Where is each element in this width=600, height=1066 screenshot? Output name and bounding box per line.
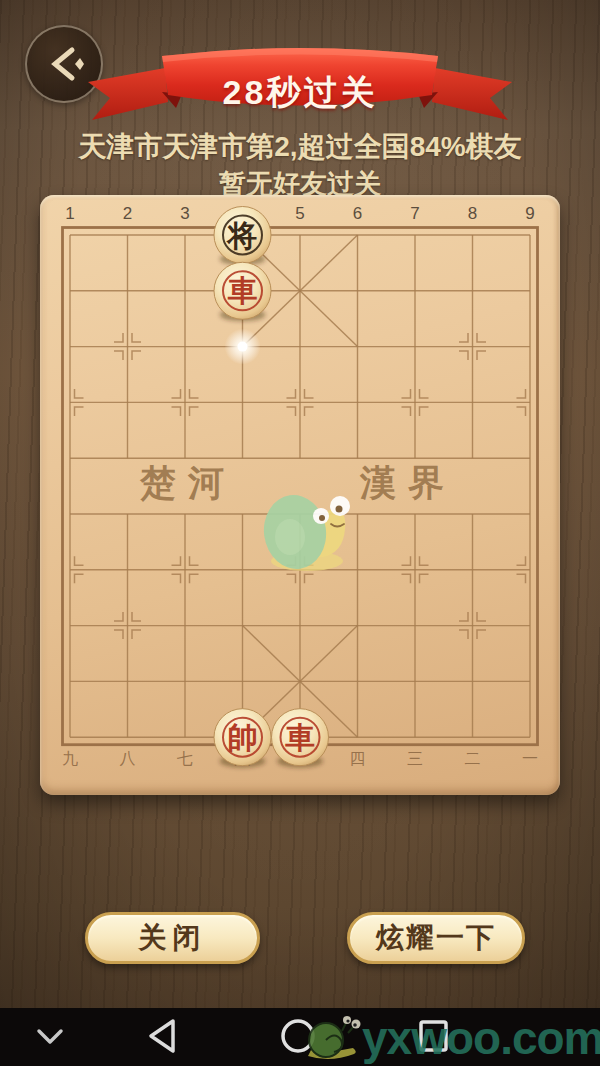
position-marker [132,333,141,342]
position-marker [132,612,141,621]
position-marker [287,407,296,416]
nav-back-icon[interactable] [151,1021,173,1051]
file-label-bottom: 二 [465,749,481,768]
position-marker [114,333,123,342]
position-marker [190,556,199,565]
file-label-top: 7 [410,204,419,223]
file-label-bottom: 四 [350,749,366,768]
position-marker [459,612,468,621]
position-marker [305,407,314,416]
close-button-label: 关闭 [139,919,207,957]
position-marker [420,556,429,565]
position-marker [132,351,141,360]
position-marker [420,407,429,416]
position-marker [402,389,411,398]
piece-red-車[interactable]: 車 [214,262,271,321]
file-label-bottom: 三 [407,749,423,768]
position-marker [420,574,429,583]
position-marker [75,574,84,583]
file-label-top: 2 [123,204,132,223]
position-marker [287,389,296,398]
xiangqi-board: 123456789九八七六五四三二一 楚河漢界 将車帥車 [40,195,560,795]
position-marker [190,407,199,416]
last-move-glow-core [238,342,248,352]
position-marker [190,574,199,583]
rank-text: 天津市天津市第2,超过全国84%棋友 [0,128,600,166]
piece-red-帥[interactable]: 帥 [214,709,271,768]
file-label-bottom: 一 [522,749,538,768]
file-label-top: 9 [525,204,534,223]
position-marker [75,556,84,565]
file-label-bottom: 九 [62,749,78,768]
file-label-bottom: 八 [120,749,136,768]
file-label-top: 3 [180,204,189,223]
file-label-top: 5 [295,204,304,223]
position-marker [114,630,123,639]
position-marker [517,556,526,565]
board-grid: 123456789九八七六五四三二一 楚河漢界 将車帥車 [40,195,560,795]
position-marker [172,574,181,583]
position-marker [172,556,181,565]
position-marker [402,574,411,583]
close-button[interactable]: 关闭 [85,912,260,964]
position-marker [402,407,411,416]
position-marker [477,351,486,360]
position-marker [114,612,123,621]
position-marker [517,389,526,398]
hide-nav-chevron-icon[interactable] [39,1031,61,1042]
position-marker [75,389,84,398]
app-screen: 28秒过关 天津市天津市第2,超过全国84%棋友 暂无好友过关 12345678 [0,0,600,1066]
position-marker [517,574,526,583]
position-marker [75,407,84,416]
piece-glyph: 車 [228,273,258,308]
position-marker [172,389,181,398]
file-label-bottom: 七 [176,749,193,768]
position-marker [459,351,468,360]
piece-glyph: 将 [226,218,258,253]
position-marker [517,407,526,416]
piece-red-車[interactable]: 車 [272,709,329,768]
river-text-right: 漢界 [359,461,456,503]
watermark-snail-icon [308,1016,361,1059]
file-label-top: 1 [65,204,74,223]
file-label-top: 6 [353,204,362,223]
position-marker [477,333,486,342]
snail-mascot [259,491,350,573]
position-marker [402,556,411,565]
piece-glyph: 帥 [228,720,258,755]
file-label-top: 8 [468,204,477,223]
piece-glyph: 車 [285,720,315,755]
position-marker [459,333,468,342]
show-off-button[interactable]: 炫耀一下 [347,912,525,964]
show-off-button-label: 炫耀一下 [376,919,496,957]
position-marker [114,351,123,360]
position-marker [305,574,314,583]
piece-black-将[interactable]: 将 [214,207,271,266]
position-marker [477,630,486,639]
position-marker [477,612,486,621]
position-marker [190,389,199,398]
position-marker [172,407,181,416]
banner-title: 28秒过关 [0,70,600,116]
position-marker [459,630,468,639]
river-text-left: 楚河 [139,461,236,503]
position-marker [132,630,141,639]
position-marker [287,574,296,583]
watermark-text: yxwoo.com [362,1010,600,1066]
position-marker [420,389,429,398]
position-marker [305,389,314,398]
